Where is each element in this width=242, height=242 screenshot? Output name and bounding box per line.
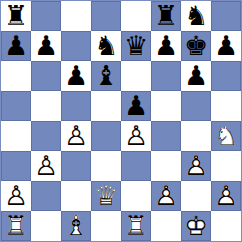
square-h1[interactable] — [211, 211, 241, 241]
square-b7[interactable]: ♟ — [31, 31, 61, 61]
black-pawn: ♟ — [61, 61, 91, 91]
white-rook-fill: ♜ — [121, 211, 151, 241]
square-b4[interactable] — [31, 121, 61, 151]
square-d4[interactable] — [91, 121, 121, 151]
white-pawn-fill: ♟ — [61, 121, 91, 151]
white-queen-fill: ♛ — [91, 181, 121, 211]
square-c7[interactable] — [61, 31, 91, 61]
square-b6[interactable] — [31, 61, 61, 91]
square-d7[interactable]: ♞ — [91, 31, 121, 61]
white-pawn: ♙ — [151, 181, 181, 211]
white-pawn: ♙ — [31, 151, 61, 181]
square-e4[interactable]: ♟♙ — [121, 121, 151, 151]
square-g7[interactable]: ♚ — [181, 31, 211, 61]
white-rook-fill: ♜ — [1, 211, 31, 241]
black-rook: ♜ — [1, 1, 31, 31]
square-h3[interactable] — [211, 151, 241, 181]
square-h2[interactable]: ♟♙ — [211, 181, 241, 211]
square-h8[interactable] — [211, 1, 241, 31]
white-king-fill: ♚ — [181, 211, 211, 241]
white-king: ♔ — [181, 211, 211, 241]
white-rook: ♖ — [1, 211, 31, 241]
black-knight: ♞ — [181, 1, 211, 31]
black-pawn: ♟ — [181, 61, 211, 91]
white-bishop: ♗ — [61, 211, 91, 241]
white-pawn: ♙ — [121, 121, 151, 151]
square-b3[interactable]: ♟♙ — [31, 151, 61, 181]
square-h4[interactable]: ♞♘ — [211, 121, 241, 151]
white-knight-fill: ♞ — [211, 121, 241, 151]
square-e2[interactable] — [121, 181, 151, 211]
square-c1[interactable]: ♝♗ — [61, 211, 91, 241]
square-g5[interactable] — [181, 91, 211, 121]
square-d3[interactable] — [91, 151, 121, 181]
white-queen: ♕ — [91, 181, 121, 211]
square-f6[interactable] — [151, 61, 181, 91]
white-pawn: ♙ — [181, 151, 211, 181]
square-f1[interactable] — [151, 211, 181, 241]
square-e7[interactable]: ♛ — [121, 31, 151, 61]
square-d2[interactable]: ♛♕ — [91, 181, 121, 211]
white-pawn-fill: ♟ — [1, 181, 31, 211]
white-pawn: ♙ — [1, 181, 31, 211]
square-c3[interactable] — [61, 151, 91, 181]
square-c2[interactable] — [61, 181, 91, 211]
white-pawn-fill: ♟ — [151, 181, 181, 211]
square-b1[interactable] — [31, 211, 61, 241]
white-pawn-fill: ♟ — [181, 151, 211, 181]
black-rook: ♜ — [151, 1, 181, 31]
square-a7[interactable]: ♟ — [1, 31, 31, 61]
square-e5[interactable]: ♟ — [121, 91, 151, 121]
square-f7[interactable]: ♟ — [151, 31, 181, 61]
square-a1[interactable]: ♜♖ — [1, 211, 31, 241]
black-bishop: ♝ — [91, 61, 121, 91]
black-pawn: ♟ — [31, 31, 61, 61]
white-bishop-fill: ♝ — [61, 211, 91, 241]
square-g1[interactable]: ♚♔ — [181, 211, 211, 241]
white-pawn: ♙ — [211, 181, 241, 211]
square-g3[interactable]: ♟♙ — [181, 151, 211, 181]
square-a5[interactable] — [1, 91, 31, 121]
square-b2[interactable] — [31, 181, 61, 211]
black-pawn: ♟ — [1, 31, 31, 61]
black-pawn: ♟ — [211, 31, 241, 61]
square-c5[interactable] — [61, 91, 91, 121]
square-a4[interactable] — [1, 121, 31, 151]
square-d6[interactable]: ♝ — [91, 61, 121, 91]
square-h7[interactable]: ♟ — [211, 31, 241, 61]
square-c8[interactable] — [61, 1, 91, 31]
square-f3[interactable] — [151, 151, 181, 181]
white-pawn: ♙ — [61, 121, 91, 151]
square-e1[interactable]: ♜♖ — [121, 211, 151, 241]
square-b5[interactable] — [31, 91, 61, 121]
square-c6[interactable]: ♟ — [61, 61, 91, 91]
black-king: ♚ — [181, 31, 211, 61]
square-g8[interactable]: ♞ — [181, 1, 211, 31]
square-g4[interactable] — [181, 121, 211, 151]
square-c4[interactable]: ♟♙ — [61, 121, 91, 151]
square-a8[interactable]: ♜ — [1, 1, 31, 31]
chess-board: ♜♜♞♟♟♞♛♟♚♟♟♝♟♟♟♙♟♙♞♘♟♙♟♙♟♙♛♕♟♙♟♙♜♖♝♗♜♖♚♔ — [0, 0, 242, 242]
square-f4[interactable] — [151, 121, 181, 151]
white-rook: ♖ — [121, 211, 151, 241]
white-pawn-fill: ♟ — [211, 181, 241, 211]
square-d1[interactable] — [91, 211, 121, 241]
white-pawn-fill: ♟ — [31, 151, 61, 181]
square-f5[interactable] — [151, 91, 181, 121]
square-h5[interactable] — [211, 91, 241, 121]
square-a2[interactable]: ♟♙ — [1, 181, 31, 211]
square-e6[interactable] — [121, 61, 151, 91]
square-h6[interactable] — [211, 61, 241, 91]
square-e3[interactable] — [121, 151, 151, 181]
black-pawn: ♟ — [151, 31, 181, 61]
square-g6[interactable]: ♟ — [181, 61, 211, 91]
square-a3[interactable] — [1, 151, 31, 181]
square-e8[interactable] — [121, 1, 151, 31]
square-b8[interactable] — [31, 1, 61, 31]
white-pawn-fill: ♟ — [121, 121, 151, 151]
square-f8[interactable]: ♜ — [151, 1, 181, 31]
square-g2[interactable] — [181, 181, 211, 211]
square-a6[interactable] — [1, 61, 31, 91]
white-knight: ♘ — [211, 121, 241, 151]
black-queen: ♛ — [121, 31, 151, 61]
black-pawn: ♟ — [121, 91, 151, 121]
square-d5[interactable] — [91, 91, 121, 121]
square-d8[interactable] — [91, 1, 121, 31]
square-f2[interactable]: ♟♙ — [151, 181, 181, 211]
black-knight: ♞ — [91, 31, 121, 61]
